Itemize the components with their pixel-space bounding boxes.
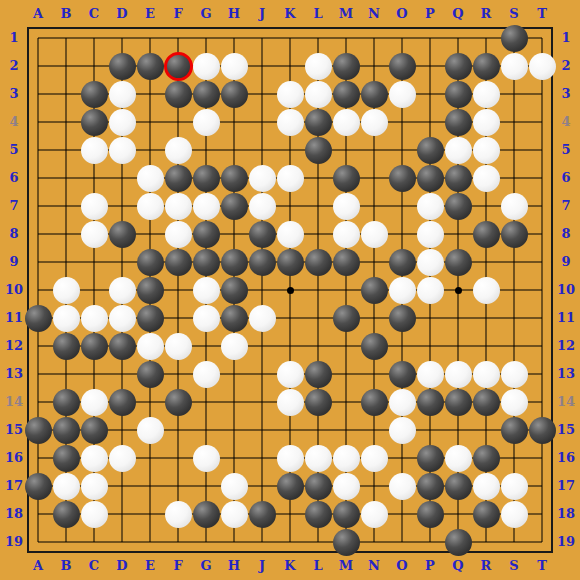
black-stone-A17 — [25, 473, 52, 500]
row-label-left-12: 12 — [4, 338, 24, 354]
black-stone-S1 — [501, 25, 528, 52]
row-label-left-16: 16 — [4, 450, 24, 466]
black-stone-F6 — [165, 165, 192, 192]
row-label-right-14: 14 — [556, 394, 576, 410]
row-label-right-12: 12 — [556, 338, 576, 354]
white-stone-T2 — [529, 53, 556, 80]
white-stone-F8 — [165, 221, 192, 248]
column-label-bottom-M: M — [336, 558, 356, 574]
row-label-right-1: 1 — [556, 30, 576, 46]
black-stone-C15 — [81, 417, 108, 444]
column-label-top-Q: Q — [448, 6, 468, 22]
star-point — [287, 287, 294, 294]
white-stone-B17 — [53, 473, 80, 500]
white-stone-Q5 — [445, 137, 472, 164]
black-stone-Q4 — [445, 109, 472, 136]
row-label-left-5: 5 — [4, 142, 24, 158]
white-stone-S18 — [501, 501, 528, 528]
black-stone-A15 — [25, 417, 52, 444]
white-stone-N8 — [361, 221, 388, 248]
black-stone-B14 — [53, 389, 80, 416]
black-stone-O11 — [389, 305, 416, 332]
black-stone-T15 — [529, 417, 556, 444]
column-label-top-P: P — [420, 6, 440, 22]
black-stone-M2 — [333, 53, 360, 80]
white-stone-P7 — [417, 193, 444, 220]
black-stone-P17 — [417, 473, 444, 500]
white-stone-O3 — [389, 81, 416, 108]
row-label-right-17: 17 — [556, 478, 576, 494]
black-stone-H3 — [221, 81, 248, 108]
black-stone-O2 — [389, 53, 416, 80]
black-stone-Q19 — [445, 529, 472, 556]
column-label-bottom-G: G — [196, 558, 216, 574]
black-stone-D14 — [109, 389, 136, 416]
column-label-top-B: B — [56, 6, 76, 22]
white-stone-F5 — [165, 137, 192, 164]
white-stone-M4 — [333, 109, 360, 136]
column-label-top-N: N — [364, 6, 384, 22]
black-stone-M9 — [333, 249, 360, 276]
column-label-bottom-Q: Q — [448, 558, 468, 574]
white-stone-G4 — [193, 109, 220, 136]
white-stone-R3 — [473, 81, 500, 108]
white-stone-N4 — [361, 109, 388, 136]
white-stone-M17 — [333, 473, 360, 500]
black-stone-B18 — [53, 501, 80, 528]
black-stone-E10 — [137, 277, 164, 304]
black-stone-N3 — [361, 81, 388, 108]
white-stone-C14 — [81, 389, 108, 416]
row-label-left-15: 15 — [4, 422, 24, 438]
row-label-left-3: 3 — [4, 86, 24, 102]
row-label-left-11: 11 — [4, 310, 24, 326]
column-label-bottom-H: H — [224, 558, 244, 574]
black-stone-G18 — [193, 501, 220, 528]
black-stone-S15 — [501, 417, 528, 444]
column-label-top-J: J — [252, 6, 272, 22]
black-stone-P5 — [417, 137, 444, 164]
row-label-left-19: 19 — [4, 534, 24, 550]
white-stone-D16 — [109, 445, 136, 472]
row-label-right-3: 3 — [556, 86, 576, 102]
white-stone-S17 — [501, 473, 528, 500]
column-label-top-G: G — [196, 6, 216, 22]
row-label-left-2: 2 — [4, 58, 24, 74]
black-stone-N10 — [361, 277, 388, 304]
black-stone-J8 — [249, 221, 276, 248]
black-stone-R16 — [473, 445, 500, 472]
white-stone-N16 — [361, 445, 388, 472]
row-label-right-5: 5 — [556, 142, 576, 158]
white-stone-M8 — [333, 221, 360, 248]
white-stone-L2 — [305, 53, 332, 80]
black-stone-D8 — [109, 221, 136, 248]
column-label-bottom-D: D — [112, 558, 132, 574]
row-label-left-17: 17 — [4, 478, 24, 494]
black-stone-R2 — [473, 53, 500, 80]
black-stone-G3 — [193, 81, 220, 108]
column-label-top-F: F — [168, 6, 188, 22]
white-stone-O15 — [389, 417, 416, 444]
black-stone-R8 — [473, 221, 500, 248]
black-stone-M3 — [333, 81, 360, 108]
black-stone-M19 — [333, 529, 360, 556]
column-label-top-H: H — [224, 6, 244, 22]
white-stone-O10 — [389, 277, 416, 304]
black-stone-C12 — [81, 333, 108, 360]
row-label-left-14: 14 — [4, 394, 24, 410]
black-stone-F3 — [165, 81, 192, 108]
black-stone-K17 — [277, 473, 304, 500]
row-label-right-2: 2 — [556, 58, 576, 74]
black-stone-R14 — [473, 389, 500, 416]
black-stone-A11 — [25, 305, 52, 332]
column-label-bottom-F: F — [168, 558, 188, 574]
star-point — [455, 287, 462, 294]
white-stone-C16 — [81, 445, 108, 472]
black-stone-J18 — [249, 501, 276, 528]
black-stone-Q9 — [445, 249, 472, 276]
go-board-screen: ABCDEFGHJKLMNOPQRST ABCDEFGHJKLMNOPQRST … — [0, 0, 580, 580]
row-label-right-4: 4 — [556, 114, 576, 130]
white-stone-C18 — [81, 501, 108, 528]
white-stone-M16 — [333, 445, 360, 472]
white-stone-E7 — [137, 193, 164, 220]
white-stone-G2 — [193, 53, 220, 80]
black-stone-H11 — [221, 305, 248, 332]
white-stone-R13 — [473, 361, 500, 388]
white-stone-G7 — [193, 193, 220, 220]
white-stone-L3 — [305, 81, 332, 108]
white-stone-R17 — [473, 473, 500, 500]
black-stone-S8 — [501, 221, 528, 248]
black-stone-B16 — [53, 445, 80, 472]
white-stone-J6 — [249, 165, 276, 192]
column-label-top-E: E — [140, 6, 160, 22]
black-stone-L5 — [305, 137, 332, 164]
column-label-bottom-T: T — [532, 558, 552, 574]
row-label-left-6: 6 — [4, 170, 24, 186]
column-label-top-K: K — [280, 6, 300, 22]
black-stone-J9 — [249, 249, 276, 276]
black-stone-C3 — [81, 81, 108, 108]
black-stone-R18 — [473, 501, 500, 528]
white-stone-D10 — [109, 277, 136, 304]
black-stone-E2 — [137, 53, 164, 80]
column-label-bottom-J: J — [252, 558, 272, 574]
white-stone-G16 — [193, 445, 220, 472]
row-label-right-8: 8 — [556, 226, 576, 242]
white-stone-C11 — [81, 305, 108, 332]
white-stone-L16 — [305, 445, 332, 472]
white-stone-C7 — [81, 193, 108, 220]
white-stone-G11 — [193, 305, 220, 332]
black-stone-L9 — [305, 249, 332, 276]
white-stone-H12 — [221, 333, 248, 360]
column-label-bottom-S: S — [504, 558, 524, 574]
row-label-right-19: 19 — [556, 534, 576, 550]
row-label-right-18: 18 — [556, 506, 576, 522]
white-stone-K14 — [277, 389, 304, 416]
column-label-bottom-A: A — [28, 558, 48, 574]
black-stone-Q3 — [445, 81, 472, 108]
white-stone-K3 — [277, 81, 304, 108]
column-label-top-L: L — [308, 6, 328, 22]
row-label-left-13: 13 — [4, 366, 24, 382]
column-label-bottom-C: C — [84, 558, 104, 574]
column-label-bottom-B: B — [56, 558, 76, 574]
black-stone-O6 — [389, 165, 416, 192]
last-move-marker-F2 — [164, 52, 193, 81]
black-stone-D2 — [109, 53, 136, 80]
white-stone-P8 — [417, 221, 444, 248]
black-stone-H7 — [221, 193, 248, 220]
black-stone-M11 — [333, 305, 360, 332]
white-stone-H2 — [221, 53, 248, 80]
black-stone-G9 — [193, 249, 220, 276]
white-stone-E12 — [137, 333, 164, 360]
row-label-right-9: 9 — [556, 254, 576, 270]
white-stone-H18 — [221, 501, 248, 528]
white-stone-D4 — [109, 109, 136, 136]
white-stone-G10 — [193, 277, 220, 304]
white-stone-N18 — [361, 501, 388, 528]
column-label-top-D: D — [112, 6, 132, 22]
white-stone-D3 — [109, 81, 136, 108]
row-label-left-4: 4 — [4, 114, 24, 130]
white-stone-R6 — [473, 165, 500, 192]
white-stone-C17 — [81, 473, 108, 500]
black-stone-H10 — [221, 277, 248, 304]
row-label-right-6: 6 — [556, 170, 576, 186]
black-stone-N12 — [361, 333, 388, 360]
column-label-bottom-N: N — [364, 558, 384, 574]
white-stone-R5 — [473, 137, 500, 164]
white-stone-Q16 — [445, 445, 472, 472]
row-label-left-8: 8 — [4, 226, 24, 242]
black-stone-E9 — [137, 249, 164, 276]
white-stone-S7 — [501, 193, 528, 220]
row-label-left-7: 7 — [4, 198, 24, 214]
white-stone-O17 — [389, 473, 416, 500]
black-stone-O13 — [389, 361, 416, 388]
column-label-top-M: M — [336, 6, 356, 22]
black-stone-P16 — [417, 445, 444, 472]
white-stone-F12 — [165, 333, 192, 360]
column-label-top-O: O — [392, 6, 412, 22]
black-stone-Q6 — [445, 165, 472, 192]
row-label-right-10: 10 — [556, 282, 576, 298]
black-stone-H6 — [221, 165, 248, 192]
white-stone-M7 — [333, 193, 360, 220]
column-label-top-R: R — [476, 6, 496, 22]
white-stone-S2 — [501, 53, 528, 80]
row-label-right-7: 7 — [556, 198, 576, 214]
row-label-left-9: 9 — [4, 254, 24, 270]
black-stone-E13 — [137, 361, 164, 388]
white-stone-D11 — [109, 305, 136, 332]
column-label-top-T: T — [532, 6, 552, 22]
white-stone-C5 — [81, 137, 108, 164]
black-stone-P6 — [417, 165, 444, 192]
white-stone-B10 — [53, 277, 80, 304]
white-stone-P10 — [417, 277, 444, 304]
white-stone-R10 — [473, 277, 500, 304]
black-stone-C4 — [81, 109, 108, 136]
column-label-top-S: S — [504, 6, 524, 22]
black-stone-M18 — [333, 501, 360, 528]
row-label-right-16: 16 — [556, 450, 576, 466]
row-label-left-1: 1 — [4, 30, 24, 46]
white-stone-P9 — [417, 249, 444, 276]
row-label-left-10: 10 — [4, 282, 24, 298]
black-stone-L18 — [305, 501, 332, 528]
black-stone-L13 — [305, 361, 332, 388]
black-stone-E11 — [137, 305, 164, 332]
black-stone-L4 — [305, 109, 332, 136]
column-label-top-A: A — [28, 6, 48, 22]
column-label-bottom-E: E — [140, 558, 160, 574]
white-stone-E15 — [137, 417, 164, 444]
black-stone-L14 — [305, 389, 332, 416]
column-label-bottom-P: P — [420, 558, 440, 574]
white-stone-D5 — [109, 137, 136, 164]
column-label-bottom-R: R — [476, 558, 496, 574]
black-stone-Q17 — [445, 473, 472, 500]
white-stone-F18 — [165, 501, 192, 528]
black-stone-L17 — [305, 473, 332, 500]
column-label-bottom-K: K — [280, 558, 300, 574]
white-stone-E6 — [137, 165, 164, 192]
black-stone-Q7 — [445, 193, 472, 220]
black-stone-B15 — [53, 417, 80, 444]
black-stone-F14 — [165, 389, 192, 416]
column-label-bottom-L: L — [308, 558, 328, 574]
black-stone-Q14 — [445, 389, 472, 416]
black-stone-H9 — [221, 249, 248, 276]
column-label-top-C: C — [84, 6, 104, 22]
black-stone-P14 — [417, 389, 444, 416]
row-label-left-18: 18 — [4, 506, 24, 522]
white-stone-B11 — [53, 305, 80, 332]
row-label-right-11: 11 — [556, 310, 576, 326]
black-stone-F9 — [165, 249, 192, 276]
white-stone-C8 — [81, 221, 108, 248]
black-stone-B12 — [53, 333, 80, 360]
black-stone-M6 — [333, 165, 360, 192]
black-stone-G8 — [193, 221, 220, 248]
white-stone-K6 — [277, 165, 304, 192]
white-stone-F7 — [165, 193, 192, 220]
column-label-bottom-O: O — [392, 558, 412, 574]
row-label-right-15: 15 — [556, 422, 576, 438]
white-stone-P13 — [417, 361, 444, 388]
white-stone-K13 — [277, 361, 304, 388]
black-stone-Q2 — [445, 53, 472, 80]
white-stone-R4 — [473, 109, 500, 136]
black-stone-O9 — [389, 249, 416, 276]
white-stone-S13 — [501, 361, 528, 388]
white-stone-H17 — [221, 473, 248, 500]
white-stone-S14 — [501, 389, 528, 416]
white-stone-Q13 — [445, 361, 472, 388]
white-stone-K16 — [277, 445, 304, 472]
white-stone-J11 — [249, 305, 276, 332]
white-stone-O14 — [389, 389, 416, 416]
white-stone-K4 — [277, 109, 304, 136]
white-stone-G13 — [193, 361, 220, 388]
black-stone-G6 — [193, 165, 220, 192]
black-stone-P18 — [417, 501, 444, 528]
white-stone-J7 — [249, 193, 276, 220]
white-stone-K8 — [277, 221, 304, 248]
black-stone-K9 — [277, 249, 304, 276]
black-stone-D12 — [109, 333, 136, 360]
row-label-right-13: 13 — [556, 366, 576, 382]
black-stone-N14 — [361, 389, 388, 416]
